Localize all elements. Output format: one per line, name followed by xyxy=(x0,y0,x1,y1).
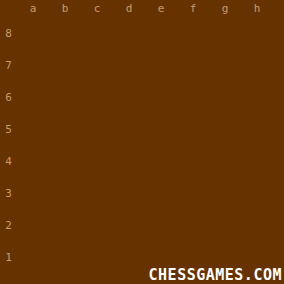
file-label-d: d xyxy=(113,0,145,17)
file-label-b: b xyxy=(49,0,81,17)
file-label-h: h xyxy=(241,0,273,17)
rank-label-7: 7 xyxy=(0,49,17,81)
file-label-f: f xyxy=(177,0,209,17)
rank-label-5: 5 xyxy=(0,113,17,145)
rank-label-4: 4 xyxy=(0,145,17,177)
site-label: CHESSGAMES.COM xyxy=(146,268,283,283)
file-label-g: g xyxy=(209,0,241,17)
file-labels: abcdefgh xyxy=(17,0,273,17)
file-label-e: e xyxy=(145,0,177,17)
rank-label-6: 6 xyxy=(0,81,17,113)
rank-label-3: 3 xyxy=(0,177,17,209)
chess-board xyxy=(17,17,273,273)
rank-label-8: 8 xyxy=(0,17,17,49)
rank-label-1: 1 xyxy=(0,241,17,273)
rank-labels: 87654321 xyxy=(0,17,17,273)
file-label-c: c xyxy=(81,0,113,17)
file-label-a: a xyxy=(17,0,49,17)
rank-label-2: 2 xyxy=(0,209,17,241)
board-frame: abcdefgh 87654321 CHESSGAMES.COM xyxy=(0,0,284,284)
